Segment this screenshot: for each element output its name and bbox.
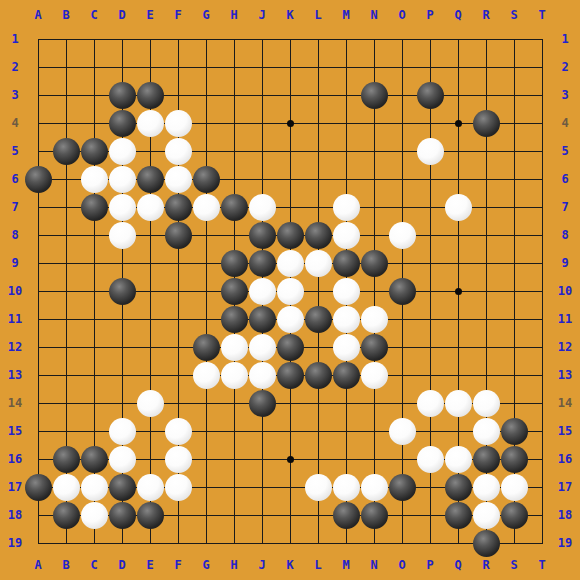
point-D10[interactable]: ●: [108, 277, 136, 305]
point-E5[interactable]: [136, 137, 164, 165]
point-K17[interactable]: [276, 473, 304, 501]
point-T15[interactable]: [528, 417, 556, 445]
point-R2[interactable]: [472, 53, 500, 81]
point-J12[interactable]: ○: [248, 333, 276, 361]
point-T14[interactable]: [528, 389, 556, 417]
point-J10[interactable]: ○: [248, 277, 276, 305]
point-L16[interactable]: [304, 445, 332, 473]
point-R6[interactable]: [472, 165, 500, 193]
point-N10[interactable]: [360, 277, 388, 305]
point-Q7[interactable]: ○: [444, 193, 472, 221]
point-O2[interactable]: [388, 53, 416, 81]
point-B6[interactable]: [52, 165, 80, 193]
point-Q13[interactable]: [444, 361, 472, 389]
point-R15[interactable]: ○: [472, 417, 500, 445]
point-H7[interactable]: ●: [220, 193, 248, 221]
point-R17[interactable]: ○: [472, 473, 500, 501]
point-H17[interactable]: [220, 473, 248, 501]
point-T19[interactable]: [528, 529, 556, 557]
point-S1[interactable]: [500, 25, 528, 53]
point-R19[interactable]: ●: [472, 529, 500, 557]
point-T17[interactable]: [528, 473, 556, 501]
point-S14[interactable]: [500, 389, 528, 417]
point-T3[interactable]: [528, 81, 556, 109]
point-O19[interactable]: [388, 529, 416, 557]
point-H15[interactable]: [220, 417, 248, 445]
point-B9[interactable]: [52, 249, 80, 277]
point-R14[interactable]: ○: [472, 389, 500, 417]
point-O18[interactable]: [388, 501, 416, 529]
point-C11[interactable]: [80, 305, 108, 333]
point-B15[interactable]: [52, 417, 80, 445]
point-G5[interactable]: [192, 137, 220, 165]
point-E7[interactable]: ○: [136, 193, 164, 221]
point-P10[interactable]: [416, 277, 444, 305]
point-M9[interactable]: ●: [332, 249, 360, 277]
point-N12[interactable]: ●: [360, 333, 388, 361]
point-J17[interactable]: [248, 473, 276, 501]
point-Q11[interactable]: [444, 305, 472, 333]
point-K6[interactable]: [276, 165, 304, 193]
point-N18[interactable]: ●: [360, 501, 388, 529]
point-F12[interactable]: [164, 333, 192, 361]
point-T12[interactable]: [528, 333, 556, 361]
point-E15[interactable]: [136, 417, 164, 445]
point-M4[interactable]: [332, 109, 360, 137]
point-J18[interactable]: [248, 501, 276, 529]
point-B1[interactable]: [52, 25, 80, 53]
point-H14[interactable]: [220, 389, 248, 417]
point-E17[interactable]: ○: [136, 473, 164, 501]
point-T13[interactable]: [528, 361, 556, 389]
point-A9[interactable]: [24, 249, 52, 277]
point-H2[interactable]: [220, 53, 248, 81]
point-C6[interactable]: ○: [80, 165, 108, 193]
point-D8[interactable]: ○: [108, 221, 136, 249]
point-D6[interactable]: ○: [108, 165, 136, 193]
point-Q9[interactable]: [444, 249, 472, 277]
point-Q1[interactable]: [444, 25, 472, 53]
point-G4[interactable]: [192, 109, 220, 137]
point-J11[interactable]: ●: [248, 305, 276, 333]
point-K18[interactable]: [276, 501, 304, 529]
point-D19[interactable]: [108, 529, 136, 557]
point-D13[interactable]: [108, 361, 136, 389]
point-G10[interactable]: [192, 277, 220, 305]
point-J14[interactable]: ●: [248, 389, 276, 417]
point-L4[interactable]: [304, 109, 332, 137]
point-L11[interactable]: ●: [304, 305, 332, 333]
point-H12[interactable]: ○: [220, 333, 248, 361]
point-L14[interactable]: [304, 389, 332, 417]
point-E12[interactable]: [136, 333, 164, 361]
point-K8[interactable]: ●: [276, 221, 304, 249]
point-C3[interactable]: [80, 81, 108, 109]
point-L6[interactable]: [304, 165, 332, 193]
point-N3[interactable]: ●: [360, 81, 388, 109]
point-G8[interactable]: [192, 221, 220, 249]
point-S18[interactable]: ●: [500, 501, 528, 529]
point-J13[interactable]: ○: [248, 361, 276, 389]
point-O4[interactable]: [388, 109, 416, 137]
point-A5[interactable]: [24, 137, 52, 165]
point-N14[interactable]: [360, 389, 388, 417]
point-P16[interactable]: ○: [416, 445, 444, 473]
point-B5[interactable]: ●: [52, 137, 80, 165]
point-J1[interactable]: [248, 25, 276, 53]
point-G1[interactable]: [192, 25, 220, 53]
point-K3[interactable]: [276, 81, 304, 109]
point-F13[interactable]: [164, 361, 192, 389]
point-R9[interactable]: [472, 249, 500, 277]
point-P12[interactable]: [416, 333, 444, 361]
point-T16[interactable]: [528, 445, 556, 473]
point-R13[interactable]: [472, 361, 500, 389]
point-R8[interactable]: [472, 221, 500, 249]
point-D15[interactable]: ○: [108, 417, 136, 445]
point-M3[interactable]: [332, 81, 360, 109]
point-M13[interactable]: ●: [332, 361, 360, 389]
point-S13[interactable]: [500, 361, 528, 389]
point-F6[interactable]: ○: [164, 165, 192, 193]
point-K12[interactable]: ●: [276, 333, 304, 361]
point-O7[interactable]: [388, 193, 416, 221]
point-Q16[interactable]: ○: [444, 445, 472, 473]
point-F14[interactable]: [164, 389, 192, 417]
point-M12[interactable]: ○: [332, 333, 360, 361]
point-S17[interactable]: ○: [500, 473, 528, 501]
point-H11[interactable]: ●: [220, 305, 248, 333]
point-F2[interactable]: [164, 53, 192, 81]
point-S7[interactable]: [500, 193, 528, 221]
point-B7[interactable]: [52, 193, 80, 221]
point-T18[interactable]: [528, 501, 556, 529]
point-N6[interactable]: [360, 165, 388, 193]
point-E6[interactable]: ●: [136, 165, 164, 193]
point-P9[interactable]: [416, 249, 444, 277]
point-H1[interactable]: [220, 25, 248, 53]
point-C4[interactable]: [80, 109, 108, 137]
point-F17[interactable]: ○: [164, 473, 192, 501]
point-J9[interactable]: ●: [248, 249, 276, 277]
point-O8[interactable]: ○: [388, 221, 416, 249]
point-B2[interactable]: [52, 53, 80, 81]
point-P19[interactable]: [416, 529, 444, 557]
point-N9[interactable]: ●: [360, 249, 388, 277]
point-L12[interactable]: [304, 333, 332, 361]
point-M18[interactable]: ●: [332, 501, 360, 529]
point-P6[interactable]: [416, 165, 444, 193]
point-F4[interactable]: ○: [164, 109, 192, 137]
point-C5[interactable]: ●: [80, 137, 108, 165]
point-O14[interactable]: [388, 389, 416, 417]
point-D18[interactable]: ●: [108, 501, 136, 529]
point-K19[interactable]: [276, 529, 304, 557]
point-L9[interactable]: ○: [304, 249, 332, 277]
point-E18[interactable]: ●: [136, 501, 164, 529]
point-H9[interactable]: ●: [220, 249, 248, 277]
point-B12[interactable]: [52, 333, 80, 361]
point-H18[interactable]: [220, 501, 248, 529]
point-O1[interactable]: [388, 25, 416, 53]
point-K13[interactable]: ●: [276, 361, 304, 389]
point-J5[interactable]: [248, 137, 276, 165]
point-A2[interactable]: [24, 53, 52, 81]
point-B13[interactable]: [52, 361, 80, 389]
point-M14[interactable]: [332, 389, 360, 417]
point-L19[interactable]: [304, 529, 332, 557]
point-R18[interactable]: ○: [472, 501, 500, 529]
point-S12[interactable]: [500, 333, 528, 361]
point-F19[interactable]: [164, 529, 192, 557]
point-N1[interactable]: [360, 25, 388, 53]
point-Q3[interactable]: [444, 81, 472, 109]
point-R16[interactable]: ●: [472, 445, 500, 473]
point-K11[interactable]: ○: [276, 305, 304, 333]
point-M10[interactable]: ○: [332, 277, 360, 305]
point-N16[interactable]: [360, 445, 388, 473]
point-K2[interactable]: [276, 53, 304, 81]
point-S2[interactable]: [500, 53, 528, 81]
point-H13[interactable]: ○: [220, 361, 248, 389]
point-S11[interactable]: [500, 305, 528, 333]
point-A10[interactable]: [24, 277, 52, 305]
point-A4[interactable]: [24, 109, 52, 137]
point-Q17[interactable]: ●: [444, 473, 472, 501]
point-M11[interactable]: ○: [332, 305, 360, 333]
point-G15[interactable]: [192, 417, 220, 445]
point-B3[interactable]: [52, 81, 80, 109]
point-A18[interactable]: [24, 501, 52, 529]
point-S5[interactable]: [500, 137, 528, 165]
point-Q15[interactable]: [444, 417, 472, 445]
point-H6[interactable]: [220, 165, 248, 193]
point-S8[interactable]: [500, 221, 528, 249]
point-E10[interactable]: [136, 277, 164, 305]
point-E3[interactable]: ●: [136, 81, 164, 109]
point-G13[interactable]: ○: [192, 361, 220, 389]
point-D5[interactable]: ○: [108, 137, 136, 165]
point-E11[interactable]: [136, 305, 164, 333]
point-L13[interactable]: ●: [304, 361, 332, 389]
point-T7[interactable]: [528, 193, 556, 221]
point-F7[interactable]: ●: [164, 193, 192, 221]
point-D16[interactable]: ○: [108, 445, 136, 473]
point-O16[interactable]: [388, 445, 416, 473]
point-N15[interactable]: [360, 417, 388, 445]
point-F15[interactable]: ○: [164, 417, 192, 445]
point-P8[interactable]: [416, 221, 444, 249]
point-J16[interactable]: [248, 445, 276, 473]
point-P1[interactable]: [416, 25, 444, 53]
point-S10[interactable]: [500, 277, 528, 305]
point-A3[interactable]: [24, 81, 52, 109]
point-F18[interactable]: [164, 501, 192, 529]
point-A8[interactable]: [24, 221, 52, 249]
point-R1[interactable]: [472, 25, 500, 53]
point-L8[interactable]: ●: [304, 221, 332, 249]
point-L3[interactable]: [304, 81, 332, 109]
point-Q10[interactable]: [444, 277, 472, 305]
point-P17[interactable]: [416, 473, 444, 501]
point-M7[interactable]: ○: [332, 193, 360, 221]
point-A15[interactable]: [24, 417, 52, 445]
point-S9[interactable]: [500, 249, 528, 277]
point-T5[interactable]: [528, 137, 556, 165]
point-C10[interactable]: [80, 277, 108, 305]
point-J19[interactable]: [248, 529, 276, 557]
point-D14[interactable]: [108, 389, 136, 417]
point-B8[interactable]: [52, 221, 80, 249]
point-L5[interactable]: [304, 137, 332, 165]
point-N7[interactable]: [360, 193, 388, 221]
point-C12[interactable]: [80, 333, 108, 361]
point-O12[interactable]: [388, 333, 416, 361]
point-D2[interactable]: [108, 53, 136, 81]
point-O3[interactable]: [388, 81, 416, 109]
point-Q6[interactable]: [444, 165, 472, 193]
point-K5[interactable]: [276, 137, 304, 165]
point-Q4[interactable]: [444, 109, 472, 137]
point-B11[interactable]: [52, 305, 80, 333]
point-G14[interactable]: [192, 389, 220, 417]
point-O15[interactable]: ○: [388, 417, 416, 445]
point-N17[interactable]: ○: [360, 473, 388, 501]
point-G18[interactable]: [192, 501, 220, 529]
point-L1[interactable]: [304, 25, 332, 53]
point-J6[interactable]: [248, 165, 276, 193]
point-T1[interactable]: [528, 25, 556, 53]
point-D9[interactable]: [108, 249, 136, 277]
point-B10[interactable]: [52, 277, 80, 305]
point-G16[interactable]: [192, 445, 220, 473]
point-E14[interactable]: ○: [136, 389, 164, 417]
point-M5[interactable]: [332, 137, 360, 165]
point-S3[interactable]: [500, 81, 528, 109]
point-E2[interactable]: [136, 53, 164, 81]
point-H8[interactable]: [220, 221, 248, 249]
point-P15[interactable]: [416, 417, 444, 445]
point-K7[interactable]: [276, 193, 304, 221]
point-M16[interactable]: [332, 445, 360, 473]
point-E19[interactable]: [136, 529, 164, 557]
point-O13[interactable]: [388, 361, 416, 389]
point-J4[interactable]: [248, 109, 276, 137]
point-M17[interactable]: ○: [332, 473, 360, 501]
point-D11[interactable]: [108, 305, 136, 333]
point-M6[interactable]: [332, 165, 360, 193]
point-C13[interactable]: [80, 361, 108, 389]
point-A13[interactable]: [24, 361, 52, 389]
point-C19[interactable]: [80, 529, 108, 557]
point-Q2[interactable]: [444, 53, 472, 81]
point-L17[interactable]: ○: [304, 473, 332, 501]
point-P3[interactable]: ●: [416, 81, 444, 109]
point-F16[interactable]: ○: [164, 445, 192, 473]
point-D17[interactable]: ●: [108, 473, 136, 501]
point-C9[interactable]: [80, 249, 108, 277]
point-Q12[interactable]: [444, 333, 472, 361]
point-J7[interactable]: ○: [248, 193, 276, 221]
point-B18[interactable]: ●: [52, 501, 80, 529]
point-A7[interactable]: [24, 193, 52, 221]
point-C2[interactable]: [80, 53, 108, 81]
point-C15[interactable]: [80, 417, 108, 445]
point-O17[interactable]: ●: [388, 473, 416, 501]
point-A14[interactable]: [24, 389, 52, 417]
point-J8[interactable]: ●: [248, 221, 276, 249]
point-L18[interactable]: [304, 501, 332, 529]
point-M8[interactable]: ○: [332, 221, 360, 249]
point-C18[interactable]: ○: [80, 501, 108, 529]
point-T9[interactable]: [528, 249, 556, 277]
point-Q18[interactable]: ●: [444, 501, 472, 529]
point-A17[interactable]: ●: [24, 473, 52, 501]
point-H4[interactable]: [220, 109, 248, 137]
point-N19[interactable]: [360, 529, 388, 557]
point-H19[interactable]: [220, 529, 248, 557]
point-A11[interactable]: [24, 305, 52, 333]
point-B19[interactable]: [52, 529, 80, 557]
point-Q19[interactable]: [444, 529, 472, 557]
point-K4[interactable]: [276, 109, 304, 137]
point-F9[interactable]: [164, 249, 192, 277]
point-J2[interactable]: [248, 53, 276, 81]
point-S19[interactable]: [500, 529, 528, 557]
point-N13[interactable]: ○: [360, 361, 388, 389]
point-M15[interactable]: [332, 417, 360, 445]
point-A19[interactable]: [24, 529, 52, 557]
point-L10[interactable]: [304, 277, 332, 305]
point-F10[interactable]: [164, 277, 192, 305]
point-R7[interactable]: [472, 193, 500, 221]
point-C1[interactable]: [80, 25, 108, 53]
point-R11[interactable]: [472, 305, 500, 333]
point-P18[interactable]: [416, 501, 444, 529]
point-O11[interactable]: [388, 305, 416, 333]
point-D4[interactable]: ●: [108, 109, 136, 137]
point-G6[interactable]: ●: [192, 165, 220, 193]
point-N5[interactable]: [360, 137, 388, 165]
point-E1[interactable]: [136, 25, 164, 53]
point-R4[interactable]: ●: [472, 109, 500, 137]
point-P2[interactable]: [416, 53, 444, 81]
point-M2[interactable]: [332, 53, 360, 81]
point-T10[interactable]: [528, 277, 556, 305]
point-S16[interactable]: ●: [500, 445, 528, 473]
point-D3[interactable]: ●: [108, 81, 136, 109]
point-A1[interactable]: [24, 25, 52, 53]
point-T6[interactable]: [528, 165, 556, 193]
point-E13[interactable]: [136, 361, 164, 389]
point-C16[interactable]: ●: [80, 445, 108, 473]
point-C8[interactable]: [80, 221, 108, 249]
point-E9[interactable]: [136, 249, 164, 277]
point-F5[interactable]: ○: [164, 137, 192, 165]
point-H10[interactable]: ●: [220, 277, 248, 305]
point-H3[interactable]: [220, 81, 248, 109]
point-O9[interactable]: [388, 249, 416, 277]
point-A6[interactable]: ●: [24, 165, 52, 193]
point-R3[interactable]: [472, 81, 500, 109]
point-G17[interactable]: [192, 473, 220, 501]
point-M1[interactable]: [332, 25, 360, 53]
point-C17[interactable]: ○: [80, 473, 108, 501]
point-P13[interactable]: [416, 361, 444, 389]
point-K15[interactable]: [276, 417, 304, 445]
point-G19[interactable]: [192, 529, 220, 557]
point-D1[interactable]: [108, 25, 136, 53]
